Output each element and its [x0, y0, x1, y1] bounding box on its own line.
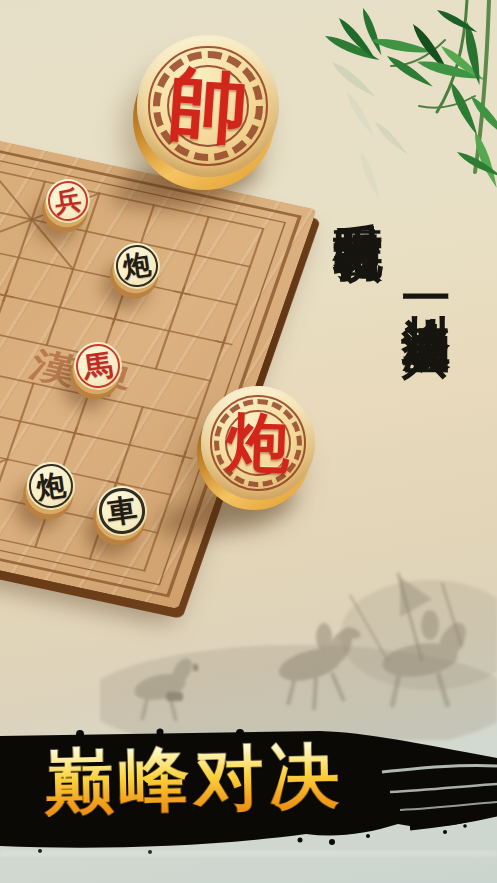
- piece-char: 帥: [132, 30, 284, 182]
- piece-char: 兵: [53, 186, 83, 216]
- piece-char: 炮: [199, 384, 317, 502]
- bamboo-decoration: [317, 0, 497, 235]
- splash-screen: 楚河 漢界 兵 炮 馬 炮 車 炮 帥 千时封疆驰铁马 一川波浪动金兵: [0, 0, 497, 883]
- banner-title-text: 巅峰对决: [43, 741, 344, 817]
- floating-piece-red-general: 帥: [137, 35, 279, 177]
- floating-piece-red-cannon: 炮: [201, 386, 315, 500]
- bamboo-leaves: [323, 7, 497, 201]
- mist-line: [0, 852, 497, 855]
- piece-char: 炮: [121, 250, 152, 281]
- title-banner: 巅峰对决: [0, 728, 497, 883]
- piece-char: 炮: [35, 470, 68, 503]
- piece-char: 馬: [82, 350, 115, 383]
- calligraphy-column-right: 一川波浪动金兵: [400, 272, 452, 293]
- piece-char: 車: [105, 494, 139, 528]
